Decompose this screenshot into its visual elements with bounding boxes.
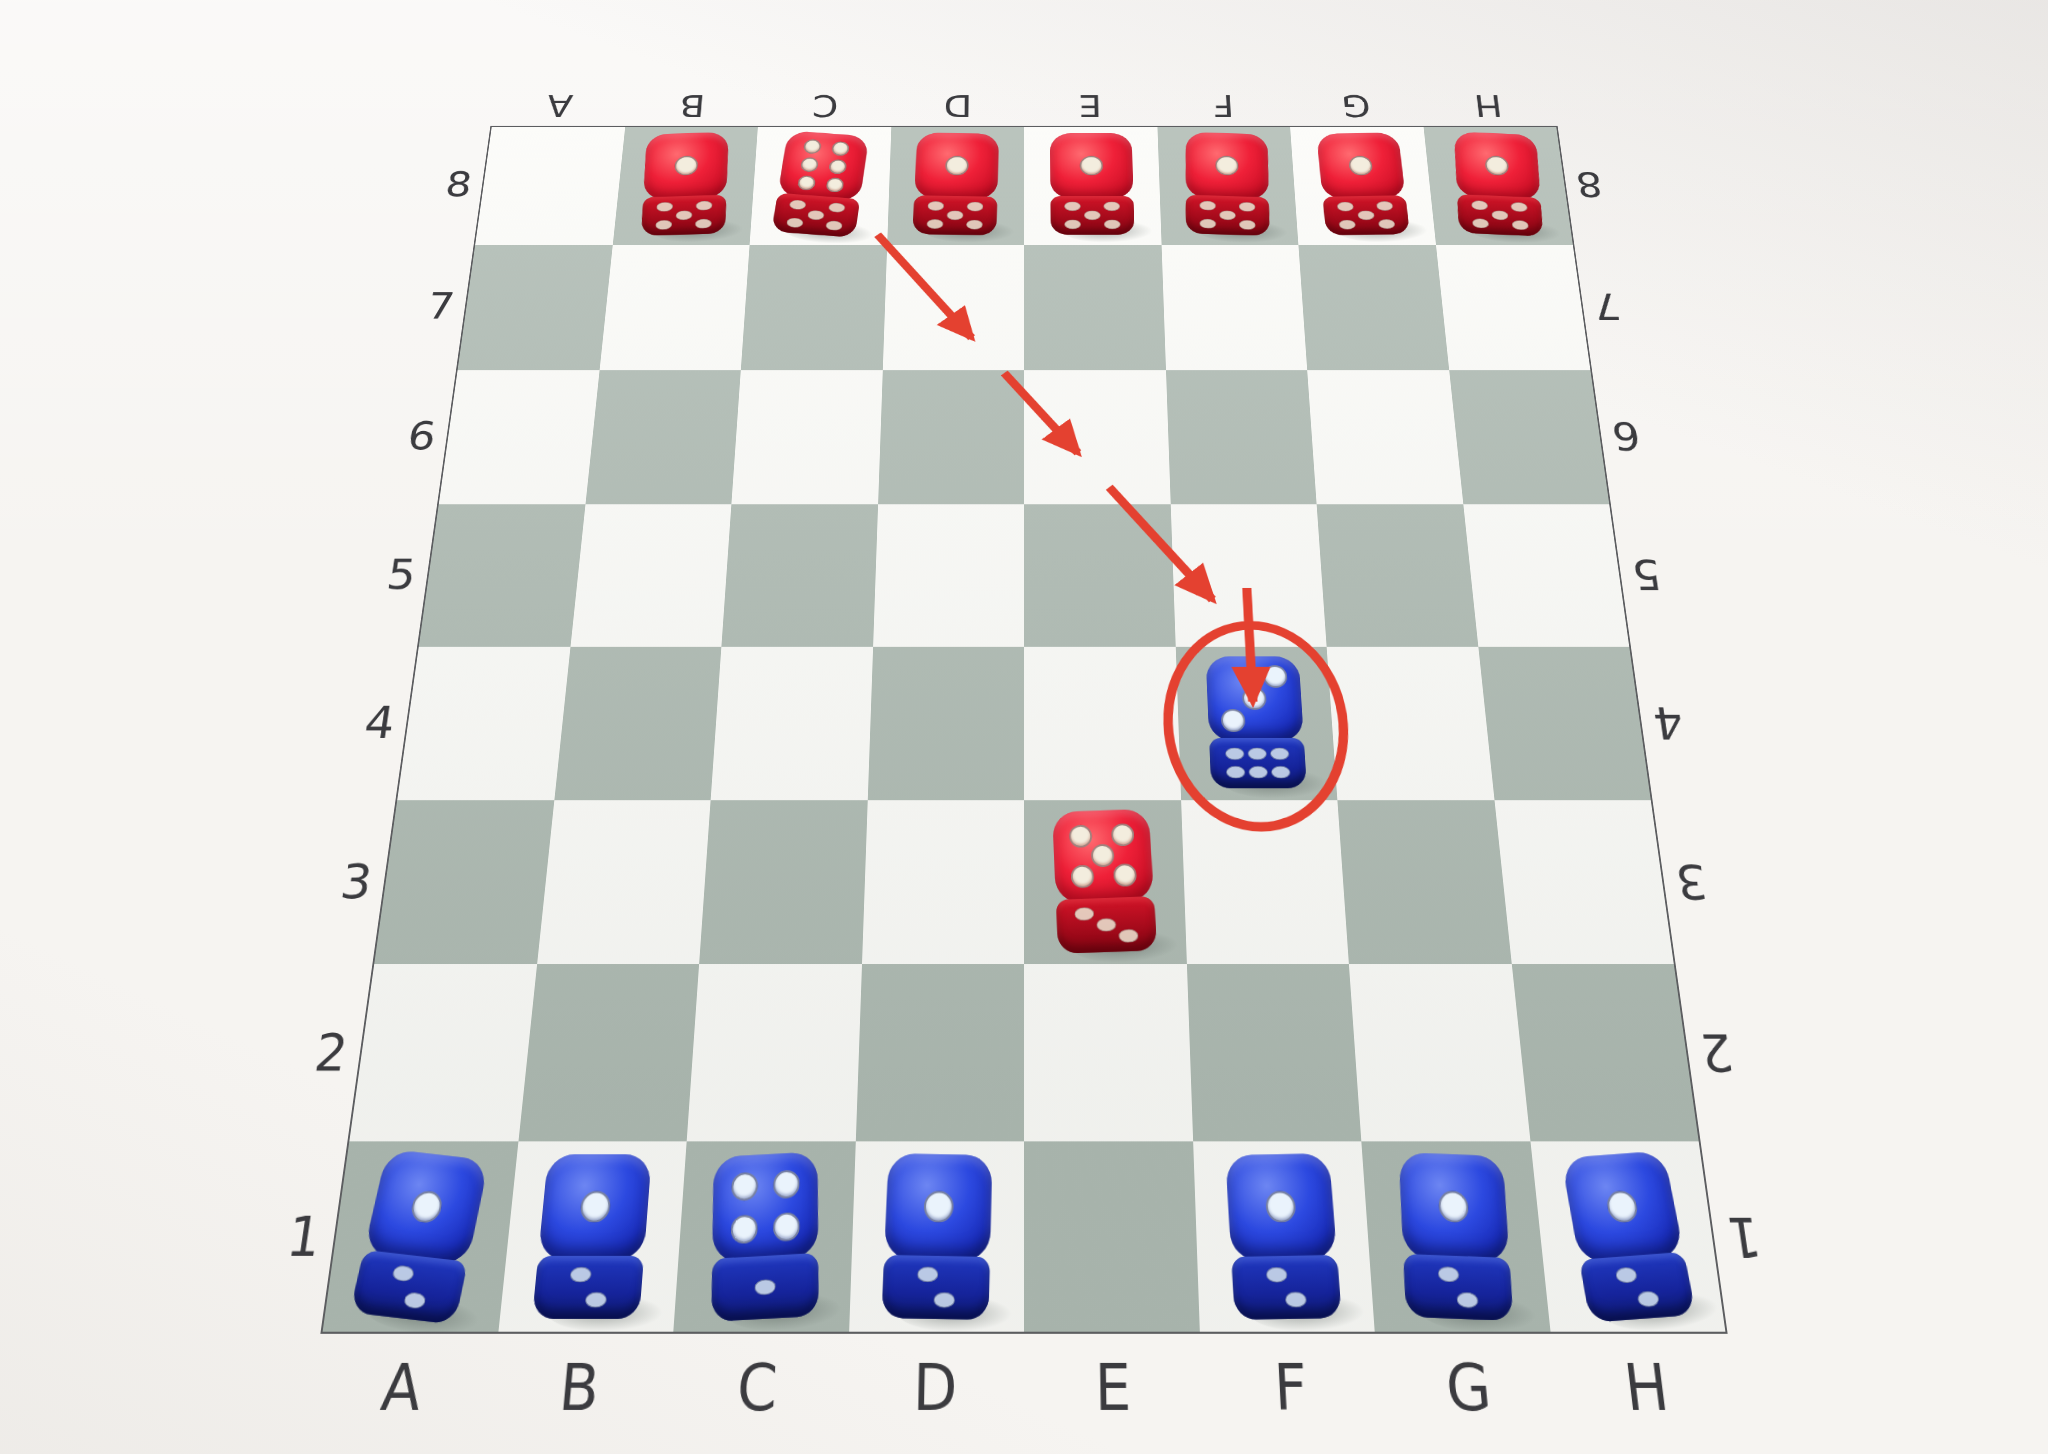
pip-icon <box>966 220 983 230</box>
blue-die-h1[interactable] <box>1561 1151 1696 1323</box>
die-front-face-2 <box>1579 1252 1696 1323</box>
pip-icon <box>1064 220 1081 230</box>
pip-icon <box>803 139 822 155</box>
die-front-face-2 <box>532 1256 644 1319</box>
pip-icon <box>1438 1266 1460 1282</box>
die-top-face-1 <box>1561 1151 1684 1264</box>
pip-icon <box>933 1292 955 1308</box>
die-front-face-2 <box>350 1250 468 1325</box>
blue-die-f1[interactable] <box>1225 1153 1342 1320</box>
red-die-e8[interactable] <box>1050 133 1135 235</box>
file-label-top-g: G <box>1288 86 1424 126</box>
pip-icon <box>828 202 846 213</box>
pip-icon <box>1456 1292 1478 1309</box>
pip-icon <box>828 159 847 175</box>
die-top-face-5 <box>1052 809 1154 903</box>
pip-icon <box>945 156 969 176</box>
die-front-face-5 <box>1050 196 1134 235</box>
pip-icon <box>1263 665 1288 688</box>
red-die-f8[interactable] <box>1186 132 1270 236</box>
pip-icon <box>1199 219 1216 229</box>
pip-icon <box>1118 929 1139 943</box>
die-front-face-5 <box>1457 194 1543 236</box>
die-front-face-1 <box>711 1253 818 1322</box>
pip-icon <box>1225 766 1245 779</box>
pip-icon <box>1270 748 1290 761</box>
pip-icon <box>1472 218 1489 228</box>
pip-icon <box>1605 1190 1640 1224</box>
pip-icon <box>1471 200 1488 210</box>
pip-icon <box>1438 1190 1469 1223</box>
pip-icon <box>1080 156 1104 175</box>
pip-icon <box>923 1191 954 1223</box>
pip-icon <box>1511 202 1528 212</box>
pip-icon <box>1068 825 1092 848</box>
die-top-face-6 <box>777 130 869 201</box>
pip-icon <box>402 1291 426 1309</box>
die-top-face-3 <box>1206 656 1304 741</box>
pip-icon <box>1091 844 1115 868</box>
pip-icon <box>785 217 803 228</box>
pip-icon <box>1348 156 1373 176</box>
pip-icon <box>1111 823 1135 846</box>
die-front-face-5 <box>912 195 997 235</box>
die-top-face-1 <box>538 1154 652 1260</box>
die-front-face-6 <box>1209 738 1307 788</box>
pip-icon <box>1248 766 1268 779</box>
die-top-face-1 <box>1225 1153 1337 1261</box>
red-die-c8[interactable] <box>771 130 869 237</box>
die-front-face-5 <box>1186 195 1270 236</box>
file-label-top-h: H <box>1420 86 1558 126</box>
pip-icon <box>831 141 850 157</box>
pip-icon <box>1266 1267 1288 1283</box>
pip-icon <box>773 1212 800 1242</box>
pip-icon <box>1074 907 1094 921</box>
pip-icon <box>1084 210 1101 220</box>
pip-icon <box>967 201 984 211</box>
pip-icon <box>1070 865 1094 889</box>
blue-die-g1[interactable] <box>1399 1152 1514 1321</box>
pip-icon <box>1225 748 1245 761</box>
pip-icon <box>674 156 698 176</box>
file-label-bottom-h: H <box>1552 1334 1744 1450</box>
pip-icon <box>675 210 692 220</box>
pip-icon <box>1239 220 1256 230</box>
pip-icon <box>570 1267 593 1283</box>
pip-icon <box>1485 155 1509 175</box>
die-front-face-2 <box>1231 1255 1342 1320</box>
blue-die-b1[interactable] <box>532 1154 652 1319</box>
die-front-face-3 <box>1056 896 1157 954</box>
pip-icon <box>825 177 844 193</box>
pip-icon <box>1271 766 1291 779</box>
file-label-bottom-a: A <box>304 1334 496 1450</box>
pip-icon <box>1247 748 1267 761</box>
pip-icon <box>1239 202 1256 212</box>
photo-scene: ABCDEFGH 87654321 87654321 ABCDEFGH <box>0 0 2048 1454</box>
red-die-d8[interactable] <box>912 133 999 236</box>
blue-die-f4[interactable] <box>1206 656 1307 788</box>
pip-icon <box>409 1189 445 1224</box>
die-front-face-2 <box>881 1255 990 1320</box>
pip-icon <box>917 1266 939 1282</box>
file-label-bottom-c: C <box>664 1334 848 1450</box>
file-label-top-b: B <box>624 86 760 126</box>
die-top-face-1 <box>1454 131 1541 200</box>
pip-icon <box>1284 1292 1306 1308</box>
pip-icon <box>731 1214 758 1244</box>
chessboard-plane: ABCDEFGH 87654321 87654321 ABCDEFGH <box>214 86 1834 1450</box>
die-top-face-1 <box>1186 132 1269 200</box>
pip-icon <box>579 1191 611 1223</box>
red-die-b8[interactable] <box>641 132 729 236</box>
pip-icon <box>1265 1191 1297 1223</box>
pip-icon <box>1104 201 1121 211</box>
file-label-bottom-g: G <box>1376 1334 1564 1450</box>
die-top-face-1 <box>914 133 999 200</box>
file-label-top-d: D <box>891 86 1024 126</box>
pip-icon <box>584 1292 607 1308</box>
die-top-face-1 <box>884 1153 992 1261</box>
pip-icon <box>1215 156 1238 176</box>
die-front-face-2 <box>1403 1254 1513 1321</box>
pip-icon <box>1113 863 1137 887</box>
pip-icon <box>1376 201 1394 211</box>
red-die-e3[interactable] <box>1052 809 1157 954</box>
pip-icon <box>1104 220 1121 230</box>
pip-icon <box>825 220 843 231</box>
pip-icon <box>1338 220 1356 230</box>
file-label-bottom-f: F <box>1200 1334 1384 1450</box>
blue-die-d1[interactable] <box>881 1153 992 1320</box>
pip-icon <box>656 202 673 212</box>
pip-icon <box>926 219 943 229</box>
die-top-face-1 <box>1399 1152 1510 1262</box>
die-front-face-5 <box>641 195 726 236</box>
pip-icon <box>391 1264 415 1282</box>
pip-icon <box>797 175 816 191</box>
pip-icon <box>1199 200 1216 210</box>
file-label-top-a: A <box>490 86 628 126</box>
pip-icon <box>1378 219 1396 229</box>
pip-icon <box>731 1172 758 1202</box>
red-die-h8[interactable] <box>1454 131 1543 236</box>
pip-icon <box>1636 1290 1660 1307</box>
die-top-face-1 <box>1316 133 1405 200</box>
pip-icon <box>1242 687 1267 710</box>
die-top-face-1 <box>643 132 729 200</box>
blue-die-a1[interactable] <box>350 1149 490 1325</box>
pip-icon <box>800 157 819 173</box>
pip-icon <box>696 200 713 210</box>
pip-icon <box>1219 210 1236 220</box>
pip-icon <box>1064 201 1081 211</box>
pip-icon <box>1336 201 1354 211</box>
file-label-top-f: F <box>1156 86 1291 126</box>
file-label-top-e: E <box>1024 86 1157 126</box>
die-top-face-1 <box>1050 133 1134 198</box>
pip-icon <box>773 1170 800 1200</box>
dice-layer <box>320 126 1727 1334</box>
die-top-face-1 <box>363 1149 489 1266</box>
pip-icon <box>655 220 672 230</box>
pip-icon <box>927 201 944 211</box>
pip-icon <box>1357 210 1375 220</box>
die-front-face-5 <box>771 193 860 238</box>
top-file-labels: ABCDEFGH <box>490 86 1557 126</box>
pip-icon <box>1615 1267 1639 1284</box>
pip-icon <box>807 210 825 221</box>
die-front-face-5 <box>1322 195 1410 235</box>
file-label-bottom-e: E <box>1024 1334 1204 1450</box>
red-die-g8[interactable] <box>1316 133 1410 236</box>
pip-icon <box>1491 210 1508 220</box>
die-top-face-4 <box>712 1152 818 1263</box>
pip-icon <box>754 1279 775 1296</box>
pip-icon <box>1096 918 1116 932</box>
pip-icon <box>1220 709 1245 732</box>
file-label-bottom-b: B <box>484 1334 672 1450</box>
pip-icon <box>947 210 964 220</box>
blue-die-c1[interactable] <box>711 1152 818 1322</box>
pip-icon <box>1512 220 1529 230</box>
file-label-top-c: C <box>757 86 892 126</box>
file-label-bottom-d: D <box>844 1334 1024 1450</box>
pip-icon <box>788 199 806 210</box>
bottom-file-labels: ABCDEFGH <box>304 1334 1744 1450</box>
pip-icon <box>695 219 712 229</box>
